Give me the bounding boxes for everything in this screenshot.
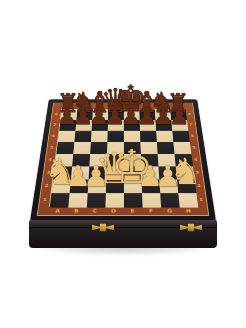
square — [140, 131, 157, 142]
square — [157, 142, 175, 154]
brass-latch-icon — [92, 223, 114, 232]
square — [156, 131, 173, 142]
square — [124, 120, 140, 131]
square — [124, 109, 140, 119]
file-label: C — [85, 207, 104, 215]
square — [70, 180, 89, 194]
square — [50, 193, 70, 207]
square — [124, 166, 142, 179]
file-label: B — [67, 207, 86, 215]
square — [173, 142, 191, 154]
square — [91, 131, 108, 142]
square — [124, 131, 141, 142]
square — [106, 166, 124, 179]
product-photo: ABCDEFGH 87654321 87654321 ♜♞♝♛♚♝♞♜♟♟♟♟♟… — [0, 0, 246, 328]
square — [159, 180, 178, 194]
square — [87, 193, 106, 207]
square — [178, 193, 198, 207]
square — [92, 109, 108, 119]
square — [124, 180, 142, 194]
chess-board: ABCDEFGH 87654321 87654321 — [30, 99, 216, 221]
square — [89, 166, 107, 179]
brass-latch-icon — [180, 223, 202, 232]
square — [88, 180, 107, 194]
square — [158, 166, 177, 179]
square — [170, 109, 187, 119]
square — [58, 131, 76, 142]
box-front — [29, 220, 217, 248]
square — [140, 142, 157, 154]
square — [74, 131, 91, 142]
square — [107, 142, 124, 154]
square — [155, 120, 172, 131]
square — [108, 120, 124, 131]
file-label: G — [160, 207, 179, 215]
square — [155, 109, 171, 119]
square — [124, 154, 141, 166]
square — [142, 180, 161, 194]
board-inlay — [49, 109, 197, 207]
square — [73, 142, 91, 154]
square — [75, 120, 92, 131]
square — [108, 109, 124, 119]
file-label: A — [48, 207, 68, 215]
file-label: E — [123, 207, 142, 215]
square — [175, 154, 193, 166]
square — [71, 166, 89, 179]
board-frame: ABCDEFGH 87654321 87654321 — [37, 103, 210, 216]
square — [124, 193, 143, 207]
square — [141, 166, 159, 179]
square — [105, 193, 124, 207]
square — [106, 180, 124, 194]
square — [59, 120, 76, 131]
square — [176, 166, 195, 179]
square — [72, 154, 90, 166]
square — [51, 180, 70, 194]
square — [171, 120, 188, 131]
square — [139, 109, 155, 119]
square — [140, 120, 157, 131]
square — [158, 154, 176, 166]
file-label: H — [179, 207, 199, 215]
square — [92, 120, 108, 131]
square — [61, 109, 78, 119]
square — [124, 142, 141, 154]
square — [177, 180, 196, 194]
file-labels: ABCDEFGH — [48, 207, 198, 215]
file-label: D — [104, 207, 123, 215]
file-label: F — [142, 207, 161, 215]
board-grid — [50, 109, 199, 207]
square — [56, 142, 74, 154]
square — [160, 193, 180, 207]
square — [90, 142, 107, 154]
square — [107, 154, 124, 166]
square — [107, 131, 123, 142]
square — [68, 193, 87, 207]
square — [172, 131, 190, 142]
square — [53, 166, 72, 179]
square — [142, 193, 161, 207]
square — [55, 154, 73, 166]
square — [89, 154, 107, 166]
square — [76, 109, 92, 119]
square — [141, 154, 159, 166]
